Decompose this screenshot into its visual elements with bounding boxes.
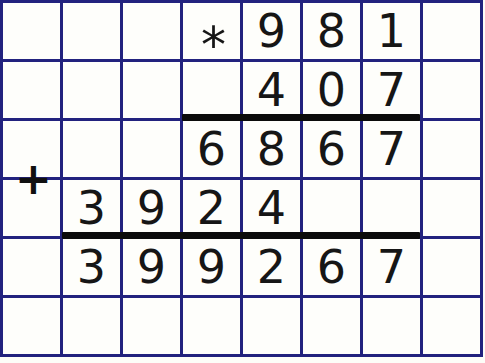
- digit-cell-r0-c6: 1: [363, 3, 420, 59]
- digit-cell-r3-c3: 2: [183, 180, 240, 236]
- digit-cell-r1-c4: 4: [243, 62, 300, 118]
- cell-r1-c1: [63, 62, 120, 118]
- cell-glyph: 8: [317, 8, 346, 54]
- answer-line-1: [182, 114, 420, 121]
- times-glyph: *: [201, 26, 226, 65]
- digit-cell-r4-c6: 7: [363, 239, 420, 295]
- cell-glyph: 4: [257, 185, 286, 231]
- cell-glyph: 9: [257, 8, 286, 54]
- cell-r5-c5: [303, 298, 360, 354]
- times-operator: *: [183, 3, 240, 59]
- digit-cell-r3-c2: 9: [123, 180, 180, 236]
- digit-cell-r4-c5: 6: [303, 239, 360, 295]
- cell-r3-c6: [363, 180, 420, 236]
- digit-cell-r2-c6: 7: [363, 121, 420, 177]
- cell-glyph: 6: [317, 126, 346, 172]
- cell-glyph: 0: [317, 67, 346, 113]
- cell-r3-c5: [303, 180, 360, 236]
- cell-glyph: 9: [197, 244, 226, 290]
- cell-r5-c2: [123, 298, 180, 354]
- cell-glyph: 9: [137, 185, 166, 231]
- cell-r0-c2: [123, 3, 180, 59]
- digit-cell-r2-c4: 8: [243, 121, 300, 177]
- cell-glyph: 8: [257, 126, 286, 172]
- digit-cell-r4-c2: 9: [123, 239, 180, 295]
- cell-glyph: 6: [197, 126, 226, 172]
- cell-glyph: 3: [77, 244, 106, 290]
- digit-cell-r3-c4: 4: [243, 180, 300, 236]
- cell-r5-c1: [63, 298, 120, 354]
- cell-r4-c0: [3, 239, 60, 295]
- cell-glyph: 9: [137, 244, 166, 290]
- digit-cell-r2-c3: 6: [183, 121, 240, 177]
- digit-cell-r0-c4: 9: [243, 3, 300, 59]
- cell-r0-c7: [423, 3, 480, 59]
- cell-glyph: 7: [377, 126, 406, 172]
- cell-r2-c1: [63, 121, 120, 177]
- cell-r1-c2: [123, 62, 180, 118]
- cell-glyph: 2: [257, 244, 286, 290]
- cell-r5-c4: [243, 298, 300, 354]
- digit-cell-r0-c5: 8: [303, 3, 360, 59]
- answer-line-2: [62, 232, 420, 239]
- cell-glyph: 3: [77, 185, 106, 231]
- cell-glyph: 4: [257, 67, 286, 113]
- cell-r1-c7: [423, 62, 480, 118]
- cell-r5-c7: [423, 298, 480, 354]
- cell-r1-c0: [3, 62, 60, 118]
- cell-r2-c0: [3, 121, 60, 177]
- worksheet-page: *98140768673924399267 +: [0, 0, 485, 363]
- cell-r5-c0: [3, 298, 60, 354]
- digit-cell-r2-c5: 6: [303, 121, 360, 177]
- cell-r5-c3: [183, 298, 240, 354]
- cell-r3-c7: [423, 180, 480, 236]
- cell-glyph: 7: [377, 244, 406, 290]
- cell-glyph: 6: [317, 244, 346, 290]
- cell-r0-c0: [3, 3, 60, 59]
- digit-cell-r4-c1: 3: [63, 239, 120, 295]
- digit-cell-r1-c6: 7: [363, 62, 420, 118]
- cell-glyph: 2: [197, 185, 226, 231]
- digit-cell-r4-c4: 2: [243, 239, 300, 295]
- cell-glyph: 1: [377, 8, 406, 54]
- digit-cell-r4-c3: 9: [183, 239, 240, 295]
- cell-r0-c1: [63, 3, 120, 59]
- cell-r2-c2: [123, 121, 180, 177]
- cell-r5-c6: [363, 298, 420, 354]
- digit-cell-r1-c5: 0: [303, 62, 360, 118]
- cell-r3-c0: [3, 180, 60, 236]
- cell-r4-c7: [423, 239, 480, 295]
- cell-glyph: 7: [377, 67, 406, 113]
- digit-cell-r3-c1: 3: [63, 180, 120, 236]
- graph-paper-grid: *98140768673924399267: [0, 0, 483, 357]
- cell-r2-c7: [423, 121, 480, 177]
